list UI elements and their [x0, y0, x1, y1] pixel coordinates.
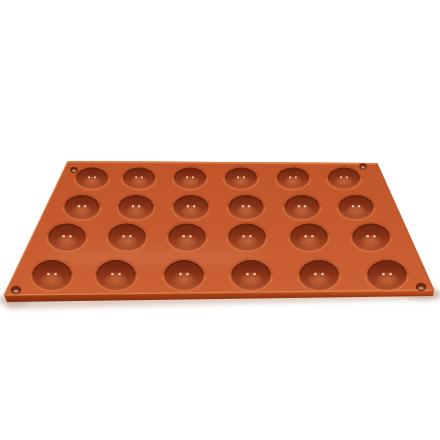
cavity [117, 194, 155, 220]
cavity [163, 259, 206, 291]
corner-hole [11, 286, 21, 294]
cavity [298, 259, 341, 291]
product-photo [0, 0, 440, 440]
cavity [167, 222, 208, 251]
corner-hole [416, 283, 426, 291]
cavity [75, 166, 110, 189]
cavity [224, 166, 259, 189]
cavity [63, 194, 101, 220]
cavity [366, 259, 409, 291]
corner-hole [359, 164, 366, 170]
cavity [230, 259, 273, 291]
cavity [227, 222, 268, 251]
cavity [31, 259, 74, 291]
cavity [276, 166, 311, 189]
mold-illustration [0, 0, 440, 440]
cavity [289, 222, 330, 251]
cavity [327, 166, 362, 189]
cavity [337, 194, 375, 220]
cavity [122, 166, 157, 189]
cavity [95, 259, 138, 291]
cavity [47, 222, 88, 251]
cavity [283, 194, 321, 220]
cavity [351, 222, 392, 251]
cavity [172, 194, 210, 220]
cavity [107, 222, 148, 251]
cavity [173, 166, 208, 189]
cavity [227, 194, 265, 220]
